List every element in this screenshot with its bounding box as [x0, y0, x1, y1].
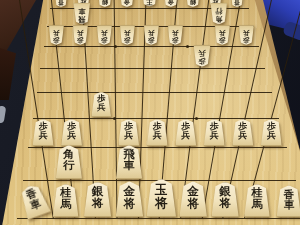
piece-kanji: 香車 — [276, 185, 300, 217]
board-cell-4b[interactable] — [162, 8, 185, 26]
piece-kanji: 王将 — [141, 0, 158, 7]
piece-gote-pawn-7c[interactable]: 歩兵 — [96, 25, 112, 45]
board-cell-7g[interactable] — [86, 118, 115, 147]
piece-kanji: 歩兵 — [214, 25, 230, 45]
piece-sente-pawn-8g[interactable]: 歩兵 — [60, 119, 82, 146]
board-cell-8e[interactable] — [63, 68, 89, 92]
piece-kanji: 歩兵 — [48, 25, 64, 45]
piece-kanji: 歩兵 — [193, 45, 211, 67]
board-cell-4d[interactable] — [165, 46, 190, 68]
board-cell-5d[interactable] — [140, 46, 165, 68]
piece-gote-pawn-3d[interactable]: 歩兵 — [193, 45, 211, 67]
board-cell-1b[interactable] — [231, 8, 254, 26]
piece-kanji: 銀将 — [211, 182, 240, 217]
piece-kanji: 歩兵 — [232, 119, 254, 146]
piece-sente-rook-6h[interactable]: 飛車 — [115, 145, 143, 179]
piece-kanji: 桂馬 — [243, 184, 270, 217]
piece-sente-silver-3i[interactable]: 銀将 — [211, 182, 240, 217]
piece-sente-knight-2i[interactable]: 桂馬 — [243, 184, 270, 217]
board-cell-8f[interactable] — [60, 92, 87, 118]
piece-kanji: 歩兵 — [143, 25, 159, 45]
piece-sente-pawn-9g[interactable]: 歩兵 — [32, 119, 54, 146]
piece-gote-silver-3a[interactable]: 銀将 — [185, 0, 201, 7]
piece-sente-pawn-7f[interactable]: 歩兵 — [91, 92, 112, 117]
board-cell-3f[interactable] — [197, 92, 224, 118]
board-cell-4e[interactable] — [167, 68, 193, 92]
board-cell-4h[interactable] — [174, 147, 204, 180]
piece-gote-pawn-4c[interactable]: 歩兵 — [167, 25, 183, 45]
piece-kanji: 角行 — [55, 145, 83, 179]
board-cell-9b[interactable] — [47, 8, 70, 26]
board-cell-1e[interactable] — [246, 68, 272, 92]
piece-kanji: 香車 — [54, 0, 68, 7]
piece-sente-gold-6i[interactable]: 金将 — [115, 181, 144, 217]
piece-kanji: 銀将 — [83, 182, 112, 217]
piece-gote-gold-4a[interactable]: 金将 — [163, 0, 179, 7]
piece-sente-pawn-1g[interactable]: 歩兵 — [260, 119, 282, 146]
piece-gote-pawn-6c[interactable]: 歩兵 — [119, 25, 135, 45]
piece-kanji: 金将 — [119, 0, 135, 7]
board-cell-5e[interactable] — [141, 68, 167, 92]
piece-kanji: 飛車 — [73, 3, 91, 25]
piece-kanji: 歩兵 — [96, 25, 112, 45]
piece-sente-pawn-3g[interactable]: 歩兵 — [203, 119, 225, 146]
piece-gote-king-5a[interactable]: 王将 — [141, 0, 158, 7]
board-cell-1f[interactable] — [252, 92, 279, 118]
piece-kanji: 歩兵 — [167, 25, 183, 45]
board-cell-3b[interactable] — [185, 8, 208, 26]
board-cell-5b[interactable] — [139, 8, 162, 26]
piece-kanji: 角行 — [210, 3, 228, 25]
piece-kanji: 金将 — [115, 181, 144, 217]
piece-kanji: 歩兵 — [203, 119, 225, 146]
board-cell-5h[interactable] — [144, 147, 174, 180]
shogi-board-grid: 香車桂馬銀将金将王将金将銀将桂馬香車飛車角行歩兵歩兵歩兵歩兵歩兵歩兵歩兵歩兵歩兵… — [0, 0, 300, 225]
piece-kanji: 銀将 — [97, 0, 113, 7]
piece-kanji: 玉将 — [146, 179, 177, 217]
piece-kanji: 香車 — [230, 0, 244, 7]
board-cell-7e[interactable] — [89, 68, 115, 92]
piece-sente-king-5i[interactable]: 玉将 — [146, 179, 177, 217]
piece-kanji: 歩兵 — [118, 119, 140, 146]
piece-gote-lance-9a[interactable]: 香車 — [54, 0, 68, 7]
board-cell-2f[interactable] — [224, 92, 251, 118]
piece-kanji: 飛車 — [115, 145, 143, 179]
piece-kanji: 歩兵 — [91, 92, 112, 117]
piece-gote-pawn-1c[interactable]: 歩兵 — [238, 25, 254, 45]
piece-sente-knight-8i[interactable]: 桂馬 — [52, 184, 79, 217]
board-cell-9f[interactable] — [33, 92, 60, 118]
board-cell-9h[interactable] — [23, 147, 53, 180]
piece-kanji: 金将 — [179, 181, 208, 217]
board-cell-3h[interactable] — [205, 147, 235, 180]
piece-sente-gold-4i[interactable]: 金将 — [179, 181, 208, 217]
piece-gote-silver-7a[interactable]: 銀将 — [97, 0, 113, 7]
piece-gote-pawn-9c[interactable]: 歩兵 — [48, 25, 64, 45]
board-cell-8d[interactable] — [65, 46, 90, 68]
piece-sente-bishop-8h[interactable]: 角行 — [55, 145, 83, 179]
piece-sente-silver-7i[interactable]: 銀将 — [83, 182, 112, 217]
piece-kanji: 歩兵 — [146, 119, 168, 146]
piece-gote-lance-1a[interactable]: 香車 — [230, 0, 244, 7]
board-cell-1h[interactable] — [265, 147, 295, 180]
piece-kanji: 歩兵 — [60, 119, 82, 146]
board-cell-6e[interactable] — [115, 68, 141, 92]
board-cell-9e[interactable] — [37, 68, 63, 92]
board-cell-7h[interactable] — [84, 147, 114, 180]
piece-kanji: 歩兵 — [175, 119, 197, 146]
board-cell-7b[interactable] — [93, 8, 116, 26]
board-cell-2e[interactable] — [220, 68, 246, 92]
board-cell-3e[interactable] — [193, 68, 219, 92]
board-cell-5f[interactable] — [142, 92, 169, 118]
shogi-photo-scene: 香車桂馬銀将金将王将金将銀将桂馬香車飛車角行歩兵歩兵歩兵歩兵歩兵歩兵歩兵歩兵歩兵… — [0, 0, 300, 225]
board-cell-7d[interactable] — [90, 46, 115, 68]
piece-gote-pawn-8c[interactable]: 歩兵 — [72, 25, 88, 45]
board-cell-6b[interactable] — [116, 8, 139, 26]
board-cell-6f[interactable] — [115, 92, 142, 118]
piece-gote-rook-8b[interactable]: 飛車 — [73, 3, 91, 25]
piece-kanji: 歩兵 — [119, 25, 135, 45]
piece-sente-pawn-2g[interactable]: 歩兵 — [232, 119, 254, 146]
board-cell-2d[interactable] — [215, 46, 240, 68]
board-cell-6d[interactable] — [115, 46, 140, 68]
piece-kanji: 桂馬 — [52, 184, 79, 217]
piece-kanji: 歩兵 — [238, 25, 254, 45]
board-cell-9d[interactable] — [40, 46, 65, 68]
piece-sente-lance-1i[interactable]: 香車 — [276, 185, 300, 217]
board-cell-1d[interactable] — [240, 46, 265, 68]
board-cell-3c[interactable] — [188, 26, 212, 46]
piece-kanji: 歩兵 — [32, 119, 54, 146]
piece-sente-pawn-4g[interactable]: 歩兵 — [175, 119, 197, 146]
piece-gote-gold-6a[interactable]: 金将 — [119, 0, 135, 7]
piece-sente-pawn-5g[interactable]: 歩兵 — [146, 119, 168, 146]
board-cell-4f[interactable] — [169, 92, 196, 118]
piece-kanji: 歩兵 — [72, 25, 88, 45]
piece-gote-pawn-5c[interactable]: 歩兵 — [143, 25, 159, 45]
piece-kanji: 金将 — [163, 0, 179, 7]
board-cell-2h[interactable] — [235, 147, 265, 180]
piece-kanji: 銀将 — [185, 0, 201, 7]
piece-gote-bishop-2b[interactable]: 角行 — [210, 3, 228, 25]
piece-kanji: 歩兵 — [260, 119, 282, 146]
piece-sente-pawn-6g[interactable]: 歩兵 — [118, 119, 140, 146]
piece-gote-pawn-2c[interactable]: 歩兵 — [214, 25, 230, 45]
